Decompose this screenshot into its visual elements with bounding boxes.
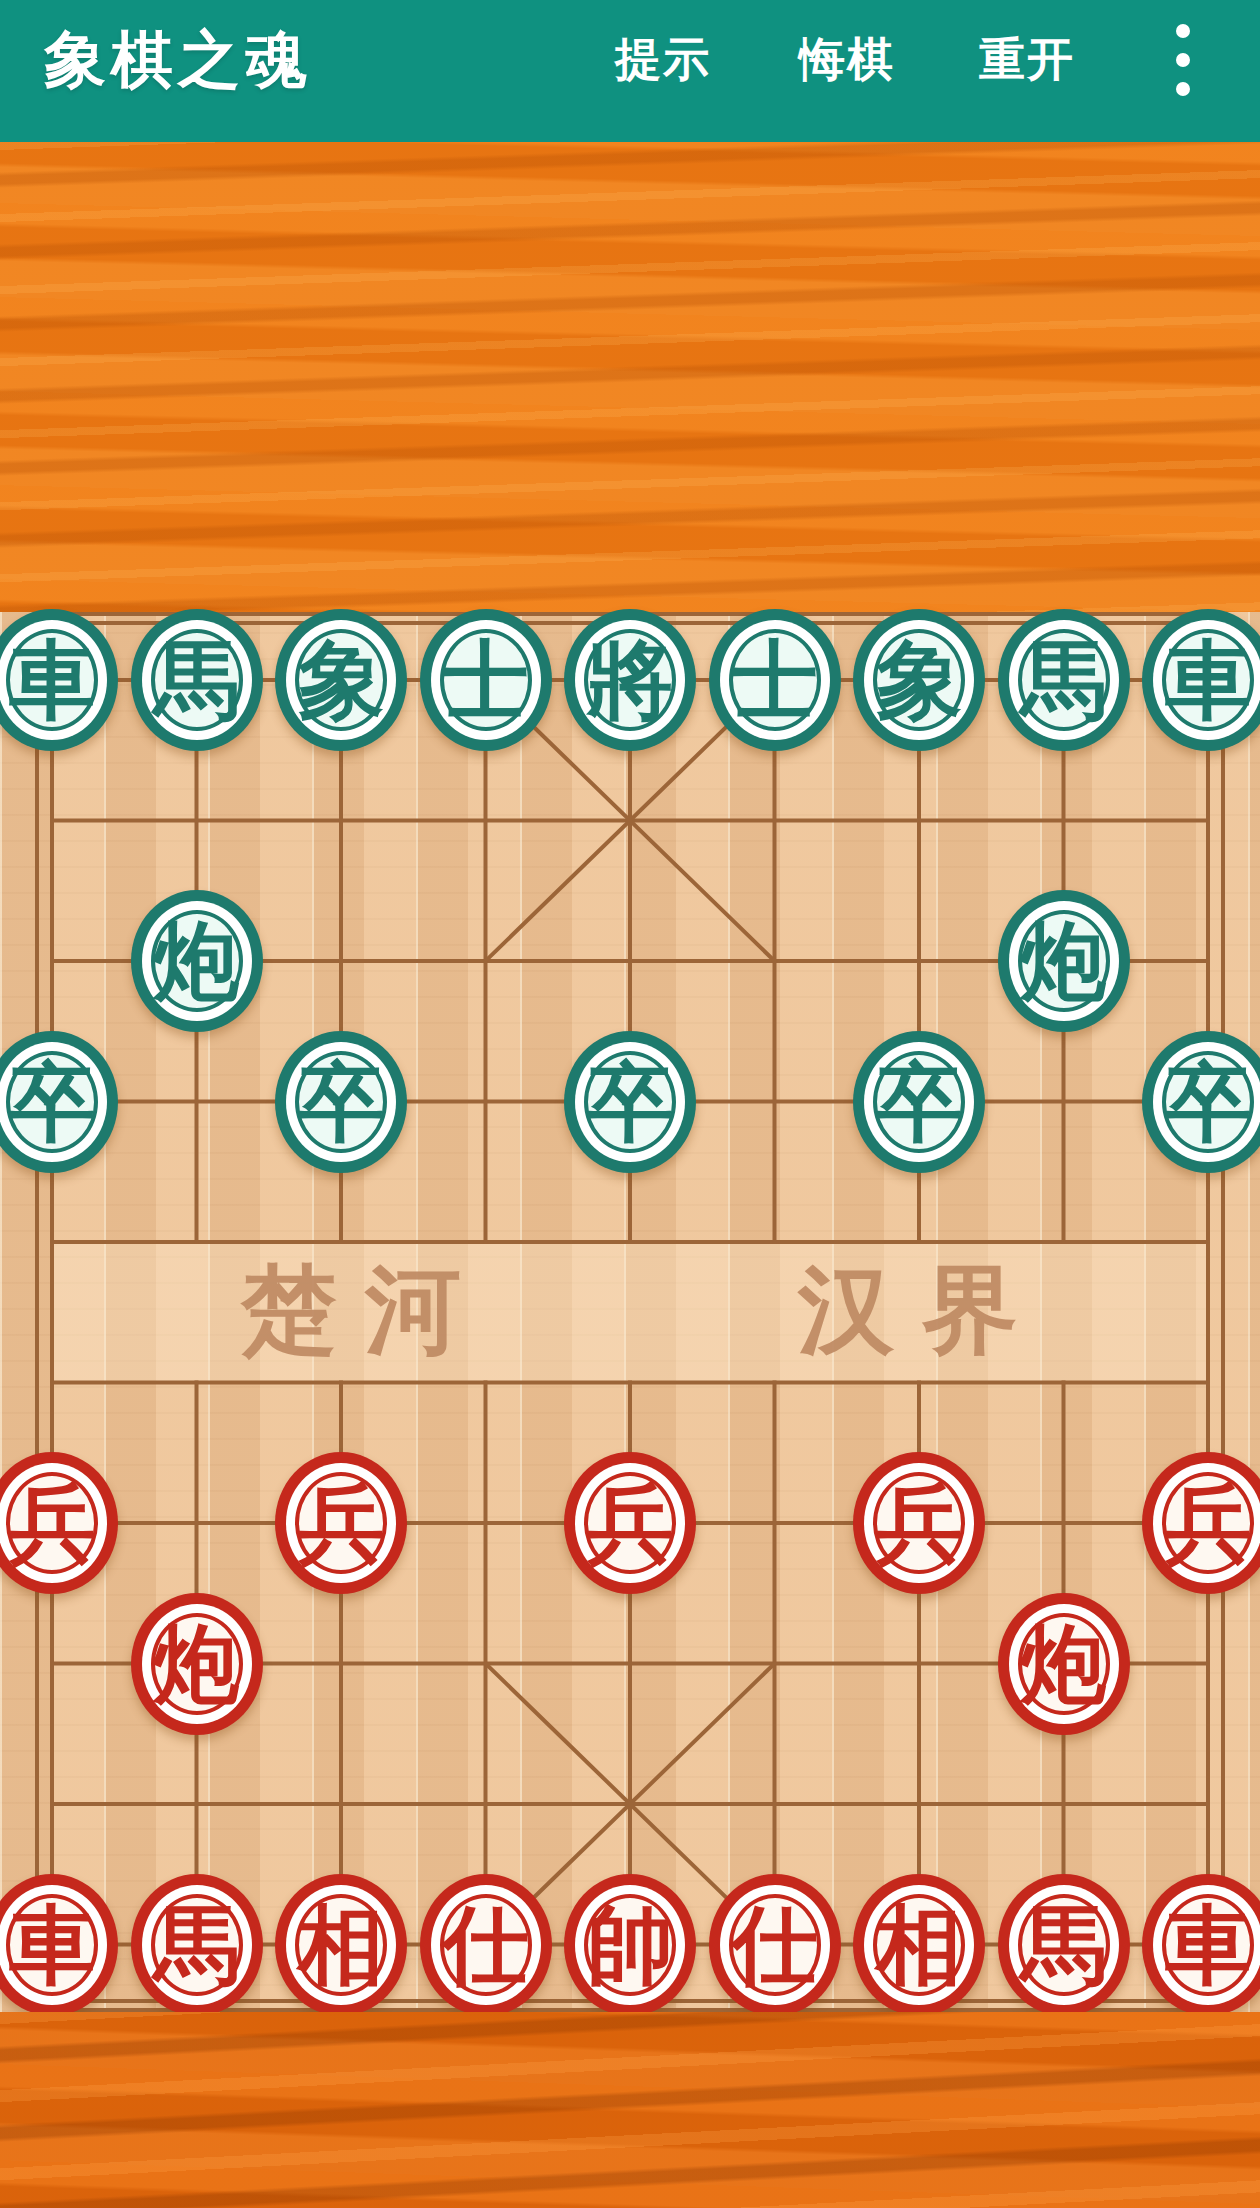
- piece-character: 兵: [876, 1480, 962, 1566]
- piece-inner-ring: 馬: [151, 629, 243, 731]
- piece-face: 卒: [864, 1042, 974, 1162]
- menu-dot: [1176, 24, 1190, 38]
- piece-inner-ring: 馬: [1018, 1894, 1110, 1996]
- piece-black-advisor[interactable]: 士: [709, 609, 841, 751]
- piece-black-general[interactable]: 將: [564, 609, 696, 751]
- piece-face: 炮: [1009, 901, 1119, 1021]
- piece-inner-ring: 炮: [1018, 1613, 1110, 1715]
- piece-character: 馬: [1021, 637, 1107, 723]
- app-bar: 象棋之魂 提示 悔棋 重开: [0, 0, 1260, 142]
- river-label-chu: 楚河: [213, 1247, 489, 1377]
- piece-character: 車: [9, 1902, 95, 1988]
- piece-inner-ring: 馬: [151, 1894, 243, 1996]
- piece-character: 仕: [732, 1902, 818, 1988]
- piece-face: 炮: [142, 901, 252, 1021]
- piece-red-advisor[interactable]: 仕: [709, 1874, 841, 2016]
- piece-face: 士: [720, 620, 830, 740]
- piece-face: 仕: [431, 1885, 541, 2005]
- menu-dot: [1176, 82, 1190, 96]
- piece-red-elephant[interactable]: 相: [275, 1874, 407, 2016]
- piece-inner-ring: 將: [584, 629, 676, 731]
- menu-dot: [1176, 53, 1190, 67]
- piece-face: 炮: [1009, 1604, 1119, 1724]
- piece-black-cannon[interactable]: 炮: [131, 890, 263, 1032]
- piece-face: 仕: [720, 1885, 830, 2005]
- piece-red-cannon[interactable]: 炮: [998, 1593, 1130, 1735]
- piece-face: 馬: [1009, 620, 1119, 740]
- piece-character: 仕: [443, 1902, 529, 1988]
- piece-character: 炮: [1021, 918, 1107, 1004]
- piece-face: 車: [0, 1885, 107, 2005]
- piece-character: 車: [1165, 637, 1251, 723]
- piece-inner-ring: 仕: [729, 1894, 821, 1996]
- river-label-han: 汉界: [770, 1247, 1046, 1377]
- piece-face: 兵: [286, 1463, 396, 1583]
- piece-inner-ring: 兵: [873, 1472, 965, 1574]
- piece-face: 士: [431, 620, 541, 740]
- piece-character: 車: [9, 637, 95, 723]
- piece-black-elephant[interactable]: 象: [853, 609, 985, 751]
- piece-inner-ring: 士: [729, 629, 821, 731]
- piece-face: 相: [286, 1885, 396, 2005]
- piece-black-horse[interactable]: 馬: [131, 609, 263, 751]
- piece-inner-ring: 兵: [1162, 1472, 1254, 1574]
- piece-character: 卒: [298, 1059, 384, 1145]
- restart-button[interactable]: 重开: [957, 14, 1097, 106]
- piece-black-cannon[interactable]: 炮: [998, 890, 1130, 1032]
- piece-character: 帥: [587, 1902, 673, 1988]
- piece-character: 卒: [1165, 1059, 1251, 1145]
- piece-black-elephant[interactable]: 象: [275, 609, 407, 751]
- piece-black-soldier[interactable]: 卒: [564, 1031, 696, 1173]
- piece-inner-ring: 車: [1162, 1894, 1254, 1996]
- piece-face: 象: [286, 620, 396, 740]
- piece-character: 兵: [587, 1480, 673, 1566]
- piece-face: 車: [0, 620, 107, 740]
- piece-black-advisor[interactable]: 士: [420, 609, 552, 751]
- piece-character: 象: [876, 637, 962, 723]
- app-screen: 象棋之魂 提示 悔棋 重开 楚河 汉界 車馬象士將士象馬車炮炮卒卒卒卒卒兵兵兵兵…: [0, 0, 1260, 2208]
- piece-inner-ring: 炮: [151, 1613, 243, 1715]
- piece-character: 卒: [9, 1059, 95, 1145]
- piece-face: 卒: [575, 1042, 685, 1162]
- piece-character: 相: [298, 1902, 384, 1988]
- piece-inner-ring: 馬: [1018, 629, 1110, 731]
- piece-black-soldier[interactable]: 卒: [1142, 1031, 1260, 1173]
- piece-character: 士: [443, 637, 529, 723]
- piece-inner-ring: 卒: [1162, 1051, 1254, 1153]
- piece-character: 相: [876, 1902, 962, 1988]
- piece-face: 兵: [0, 1463, 107, 1583]
- piece-face: 馬: [1009, 1885, 1119, 2005]
- piece-character: 車: [1165, 1902, 1251, 1988]
- overflow-menu-icon[interactable]: [1160, 14, 1206, 106]
- piece-red-soldier[interactable]: 兵: [564, 1452, 696, 1594]
- piece-character: 將: [587, 637, 673, 723]
- xiangqi-board[interactable]: 楚河 汉界 車馬象士將士象馬車炮炮卒卒卒卒卒兵兵兵兵兵炮炮車馬相仕帥仕相馬車: [0, 612, 1260, 2012]
- piece-black-soldier[interactable]: 卒: [853, 1031, 985, 1173]
- piece-face: 馬: [142, 1885, 252, 2005]
- piece-black-soldier[interactable]: 卒: [275, 1031, 407, 1173]
- wood-background-top: [0, 142, 1260, 612]
- piece-character: 馬: [154, 1902, 240, 1988]
- piece-character: 卒: [876, 1059, 962, 1145]
- piece-character: 象: [298, 637, 384, 723]
- piece-face: 炮: [142, 1604, 252, 1724]
- piece-character: 兵: [298, 1480, 384, 1566]
- piece-red-elephant[interactable]: 相: [853, 1874, 985, 2016]
- piece-red-soldier[interactable]: 兵: [853, 1452, 985, 1594]
- piece-red-soldier[interactable]: 兵: [275, 1452, 407, 1594]
- piece-character: 士: [732, 637, 818, 723]
- piece-black-horse[interactable]: 馬: [998, 609, 1130, 751]
- piece-red-advisor[interactable]: 仕: [420, 1874, 552, 2016]
- piece-red-horse[interactable]: 馬: [131, 1874, 263, 2016]
- piece-inner-ring: 帥: [584, 1894, 676, 1996]
- piece-face: 車: [1153, 620, 1260, 740]
- piece-inner-ring: 相: [295, 1894, 387, 1996]
- piece-face: 卒: [0, 1042, 107, 1162]
- piece-character: 馬: [1021, 1902, 1107, 1988]
- piece-inner-ring: 象: [295, 629, 387, 731]
- piece-inner-ring: 卒: [295, 1051, 387, 1153]
- piece-face: 帥: [575, 1885, 685, 2005]
- piece-character: 炮: [154, 1621, 240, 1707]
- wood-background-bottom: [0, 2012, 1260, 2208]
- piece-red-cannon[interactable]: 炮: [131, 1593, 263, 1735]
- piece-face: 卒: [286, 1042, 396, 1162]
- piece-face: 將: [575, 620, 685, 740]
- piece-inner-ring: 車: [6, 1894, 98, 1996]
- piece-character: 卒: [587, 1059, 673, 1145]
- piece-inner-ring: 卒: [873, 1051, 965, 1153]
- piece-face: 馬: [142, 620, 252, 740]
- piece-face: 相: [864, 1885, 974, 2005]
- piece-red-horse[interactable]: 馬: [998, 1874, 1130, 2016]
- piece-inner-ring: 兵: [584, 1472, 676, 1574]
- piece-inner-ring: 炮: [1018, 910, 1110, 1012]
- piece-face: 卒: [1153, 1042, 1260, 1162]
- piece-inner-ring: 相: [873, 1894, 965, 1996]
- piece-inner-ring: 象: [873, 629, 965, 731]
- app-title: 象棋之魂: [44, 14, 312, 106]
- piece-inner-ring: 士: [440, 629, 532, 731]
- piece-character: 馬: [154, 637, 240, 723]
- piece-character: 兵: [9, 1480, 95, 1566]
- piece-inner-ring: 車: [6, 629, 98, 731]
- piece-inner-ring: 炮: [151, 910, 243, 1012]
- undo-button[interactable]: 悔棋: [777, 14, 917, 106]
- piece-character: 炮: [154, 918, 240, 1004]
- piece-inner-ring: 車: [1162, 629, 1254, 731]
- piece-inner-ring: 仕: [440, 1894, 532, 1996]
- piece-face: 象: [864, 620, 974, 740]
- piece-inner-ring: 兵: [6, 1472, 98, 1574]
- piece-face: 車: [1153, 1885, 1260, 2005]
- piece-inner-ring: 卒: [584, 1051, 676, 1153]
- piece-red-general[interactable]: 帥: [564, 1874, 696, 2016]
- piece-inner-ring: 兵: [295, 1472, 387, 1574]
- piece-character: 兵: [1165, 1480, 1251, 1566]
- piece-character: 炮: [1021, 1621, 1107, 1707]
- hint-button[interactable]: 提示: [593, 14, 733, 106]
- piece-face: 兵: [864, 1463, 974, 1583]
- piece-red-chariot[interactable]: 車: [1142, 1874, 1260, 2016]
- piece-face: 兵: [1153, 1463, 1260, 1583]
- piece-face: 兵: [575, 1463, 685, 1583]
- board-grid: [0, 612, 1260, 2012]
- piece-inner-ring: 卒: [6, 1051, 98, 1153]
